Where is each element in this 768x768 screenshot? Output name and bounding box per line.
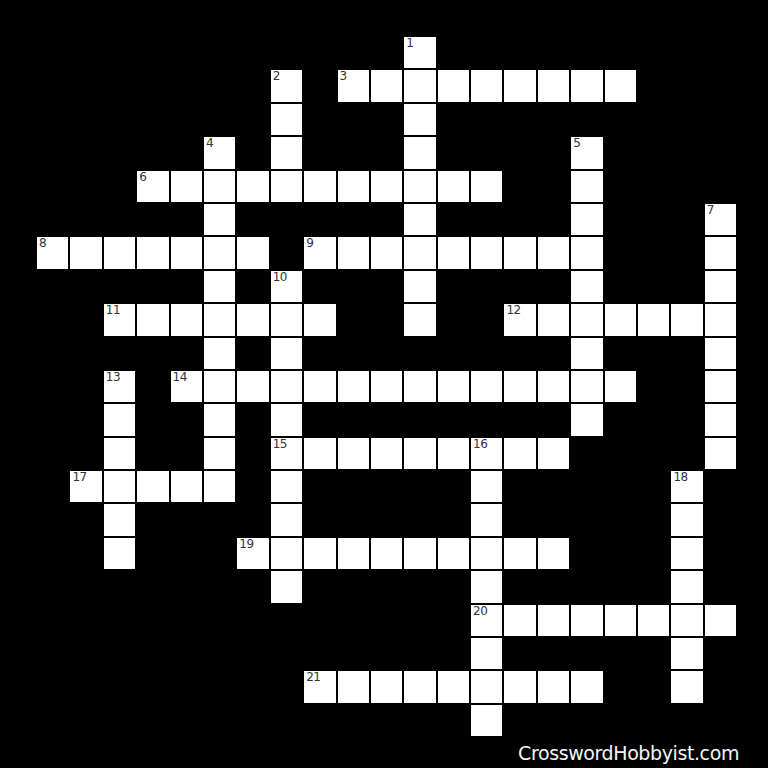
black-cell-r0-c16 xyxy=(570,36,603,69)
black-cell-r5-c17 xyxy=(604,203,637,236)
black-cell-r7-c3 xyxy=(136,270,169,303)
black-cell-r2-c8 xyxy=(303,103,336,136)
cell-r4-c10[interactable] xyxy=(370,170,403,203)
black-cell-r1-c5 xyxy=(203,69,236,102)
black-cell-r16-c6 xyxy=(236,570,269,603)
black-cell-r5-c13 xyxy=(470,203,503,236)
black-cell-r0-c12 xyxy=(437,36,470,69)
cell-r8-c7[interactable] xyxy=(270,303,303,336)
black-cell-r7-c8 xyxy=(303,270,336,303)
black-cell-r7-c1 xyxy=(69,270,102,303)
black-cell-r20-c3 xyxy=(136,704,169,737)
cell-r6-c13[interactable] xyxy=(470,236,503,269)
cell-r8-c16[interactable] xyxy=(570,303,603,336)
cell-r5-c16[interactable] xyxy=(570,203,603,236)
cell-r6-c8[interactable]: 9 xyxy=(303,236,336,269)
cell-r15-c14[interactable] xyxy=(503,537,536,570)
black-cell-r12-c18 xyxy=(637,437,670,470)
black-cell-r18-c4 xyxy=(170,637,203,670)
black-cell-r20-c1 xyxy=(69,704,102,737)
cell-r7-c20[interactable] xyxy=(704,270,737,303)
black-cell-r0-c18 xyxy=(637,36,670,69)
cell-r8-c17[interactable] xyxy=(604,303,637,336)
black-cell-r3-c10 xyxy=(370,136,403,169)
black-cell-r2-c13 xyxy=(470,103,503,136)
cell-r8-c2[interactable]: 11 xyxy=(103,303,136,336)
black-cell-r18-c18 xyxy=(637,637,670,670)
black-cell-r1-c2 xyxy=(103,69,136,102)
black-cell-r17-c9 xyxy=(337,604,370,637)
cell-r19-c15[interactable] xyxy=(537,670,570,703)
cell-r4-c5[interactable] xyxy=(203,170,236,203)
black-cell-r19-c6 xyxy=(236,670,269,703)
cell-r1-c17[interactable] xyxy=(604,69,637,102)
cell-r8-c15[interactable] xyxy=(537,303,570,336)
black-cell-r1-c1 xyxy=(69,69,102,102)
black-cell-r2-c12 xyxy=(437,103,470,136)
cell-r6-c9[interactable] xyxy=(337,236,370,269)
black-cell-r10-c19 xyxy=(670,370,703,403)
cell-r7-c7[interactable]: 10 xyxy=(270,270,303,303)
black-cell-r4-c20 xyxy=(704,170,737,203)
cell-r19-c19[interactable] xyxy=(670,670,703,703)
cell-r8-c20[interactable] xyxy=(704,303,737,336)
black-cell-r14-c18 xyxy=(637,503,670,536)
black-cell-r9-c6 xyxy=(236,337,269,370)
cell-r8-c5[interactable] xyxy=(203,303,236,336)
black-cell-r13-c16 xyxy=(570,470,603,503)
cell-r12-c5[interactable] xyxy=(203,437,236,470)
cell-r10-c15[interactable] xyxy=(537,370,570,403)
cell-r4-c11[interactable] xyxy=(403,170,436,203)
cell-r1-c7[interactable]: 2 xyxy=(270,69,303,102)
black-cell-r8-c9 xyxy=(337,303,370,336)
cell-r6-c3[interactable] xyxy=(136,236,169,269)
cell-r7-c16[interactable] xyxy=(570,270,603,303)
cell-r13-c7[interactable] xyxy=(270,470,303,503)
black-cell-r3-c8 xyxy=(303,136,336,169)
black-cell-r3-c0 xyxy=(36,136,69,169)
cell-r7-c5[interactable] xyxy=(203,270,236,303)
cell-r6-c6[interactable] xyxy=(236,236,269,269)
cell-r9-c5[interactable] xyxy=(203,337,236,370)
cell-r15-c12[interactable] xyxy=(437,537,470,570)
black-cell-r11-c4 xyxy=(170,403,203,436)
black-cell-r15-c16 xyxy=(570,537,603,570)
cell-r14-c13[interactable] xyxy=(470,503,503,536)
black-cell-r12-c1 xyxy=(69,437,102,470)
black-cell-r4-c14 xyxy=(503,170,536,203)
black-cell-r8-c10 xyxy=(370,303,403,336)
clue-number-12: 12 xyxy=(506,303,520,317)
black-cell-r3-c14 xyxy=(503,136,536,169)
cell-r1-c16[interactable] xyxy=(570,69,603,102)
cell-r6-c12[interactable] xyxy=(437,236,470,269)
black-cell-r14-c0 xyxy=(36,503,69,536)
black-cell-r7-c19 xyxy=(670,270,703,303)
cell-r15-c2[interactable] xyxy=(103,537,136,570)
black-cell-r16-c4 xyxy=(170,570,203,603)
black-cell-r16-c1 xyxy=(69,570,102,603)
black-cell-r11-c19 xyxy=(670,403,703,436)
cell-r4-c16[interactable] xyxy=(570,170,603,203)
black-cell-r17-c5 xyxy=(203,604,236,637)
cell-r16-c19[interactable] xyxy=(670,570,703,603)
cell-r15-c8[interactable] xyxy=(303,537,336,570)
black-cell-r13-c18 xyxy=(637,470,670,503)
black-cell-r5-c8 xyxy=(303,203,336,236)
cell-r19-c8[interactable]: 21 xyxy=(303,670,336,703)
black-cell-r19-c0 xyxy=(36,670,69,703)
cell-r2-c11[interactable] xyxy=(403,103,436,136)
black-cell-r19-c7 xyxy=(270,670,303,703)
black-cell-r2-c6 xyxy=(236,103,269,136)
black-cell-r15-c5 xyxy=(203,537,236,570)
black-cell-r9-c13 xyxy=(470,337,503,370)
cell-r15-c13[interactable] xyxy=(470,537,503,570)
black-cell-r11-c8 xyxy=(303,403,336,436)
cell-r13-c13[interactable] xyxy=(470,470,503,503)
cell-r6-c11[interactable] xyxy=(403,236,436,269)
black-cell-r17-c8 xyxy=(303,604,336,637)
black-cell-r0-c14 xyxy=(503,36,536,69)
cell-r12-c14[interactable] xyxy=(503,437,536,470)
black-cell-r12-c17 xyxy=(604,437,637,470)
clue-number-14: 14 xyxy=(173,370,187,384)
cell-r19-c14[interactable] xyxy=(503,670,536,703)
cell-r16-c7[interactable] xyxy=(270,570,303,603)
clue-number-4: 4 xyxy=(206,136,213,150)
black-cell-r2-c4 xyxy=(170,103,203,136)
black-cell-r5-c10 xyxy=(370,203,403,236)
black-cell-r0-c4 xyxy=(170,36,203,69)
cell-r13-c4[interactable] xyxy=(170,470,203,503)
black-cell-r12-c6 xyxy=(236,437,269,470)
cell-r3-c5[interactable]: 4 xyxy=(203,136,236,169)
black-cell-r3-c18 xyxy=(637,136,670,169)
black-cell-r20-c20 xyxy=(704,704,737,737)
cell-r12-c10[interactable] xyxy=(370,437,403,470)
black-cell-r2-c14 xyxy=(503,103,536,136)
black-cell-r16-c11 xyxy=(403,570,436,603)
cell-r10-c7[interactable] xyxy=(270,370,303,403)
cell-r10-c14[interactable] xyxy=(503,370,536,403)
cell-r10-c6[interactable] xyxy=(236,370,269,403)
cell-r11-c16[interactable] xyxy=(570,403,603,436)
cell-r10-c9[interactable] xyxy=(337,370,370,403)
cell-r0-c11[interactable]: 1 xyxy=(403,36,436,69)
black-cell-r14-c5 xyxy=(203,503,236,536)
cell-r8-c14[interactable]: 12 xyxy=(503,303,536,336)
black-cell-r0-c2 xyxy=(103,36,136,69)
cell-r12-c20[interactable] xyxy=(704,437,737,470)
cell-r6-c16[interactable] xyxy=(570,236,603,269)
black-cell-r16-c5 xyxy=(203,570,236,603)
black-cell-r0-c9 xyxy=(337,36,370,69)
cell-r13-c1[interactable]: 17 xyxy=(69,470,102,503)
clue-number-15: 15 xyxy=(273,437,287,451)
cell-r17-c13[interactable]: 20 xyxy=(470,604,503,637)
black-cell-r14-c3 xyxy=(136,503,169,536)
clue-number-2: 2 xyxy=(273,69,280,83)
cell-r17-c15[interactable] xyxy=(537,604,570,637)
cell-r15-c15[interactable] xyxy=(537,537,570,570)
cell-r6-c0[interactable]: 8 xyxy=(36,236,69,269)
cell-r19-c9[interactable] xyxy=(337,670,370,703)
cell-r15-c19[interactable] xyxy=(670,537,703,570)
black-cell-r13-c10 xyxy=(370,470,403,503)
black-cell-r2-c18 xyxy=(637,103,670,136)
black-cell-r2-c0 xyxy=(36,103,69,136)
cell-r8-c19[interactable] xyxy=(670,303,703,336)
black-cell-r14-c16 xyxy=(570,503,603,536)
cell-r17-c19[interactable] xyxy=(670,604,703,637)
cell-r12-c13[interactable]: 16 xyxy=(470,437,503,470)
cell-r6-c14[interactable] xyxy=(503,236,536,269)
black-cell-r3-c4 xyxy=(170,136,203,169)
cell-r11-c2[interactable] xyxy=(103,403,136,436)
black-cell-r17-c12 xyxy=(437,604,470,637)
black-cell-r16-c14 xyxy=(503,570,536,603)
cell-r13-c2[interactable] xyxy=(103,470,136,503)
cell-r11-c7[interactable] xyxy=(270,403,303,436)
cell-r15-c9[interactable] xyxy=(337,537,370,570)
cell-r6-c20[interactable] xyxy=(704,236,737,269)
cell-r8-c6[interactable] xyxy=(236,303,269,336)
clue-number-10: 10 xyxy=(273,270,287,284)
cell-r12-c15[interactable] xyxy=(537,437,570,470)
black-cell-r4-c2 xyxy=(103,170,136,203)
cell-r10-c16[interactable] xyxy=(570,370,603,403)
black-cell-r11-c3 xyxy=(136,403,169,436)
black-cell-r17-c10 xyxy=(370,604,403,637)
black-cell-r3-c9 xyxy=(337,136,370,169)
cell-r17-c14[interactable] xyxy=(503,604,536,637)
cell-r15-c10[interactable] xyxy=(370,537,403,570)
cell-r9-c16[interactable] xyxy=(570,337,603,370)
black-cell-r19-c20 xyxy=(704,670,737,703)
cell-r17-c16[interactable] xyxy=(570,604,603,637)
black-cell-r14-c6 xyxy=(236,503,269,536)
cell-r18-c13[interactable] xyxy=(470,637,503,670)
black-cell-r18-c0 xyxy=(36,637,69,670)
black-cell-r0-c17 xyxy=(604,36,637,69)
cell-r17-c17[interactable] xyxy=(604,604,637,637)
cell-r12-c2[interactable] xyxy=(103,437,136,470)
cell-r6-c15[interactable] xyxy=(537,236,570,269)
black-cell-r2-c2 xyxy=(103,103,136,136)
cell-r17-c18[interactable] xyxy=(637,604,670,637)
black-cell-r18-c7 xyxy=(270,637,303,670)
crossword-grid: 123456789101112131415161718192021 xyxy=(36,36,737,737)
cell-r11-c5[interactable] xyxy=(203,403,236,436)
cell-r12-c8[interactable] xyxy=(303,437,336,470)
black-cell-r10-c1 xyxy=(69,370,102,403)
black-cell-r7-c14 xyxy=(503,270,536,303)
cell-r19-c12[interactable] xyxy=(437,670,470,703)
black-cell-r0-c0 xyxy=(36,36,69,69)
cell-r1-c9[interactable]: 3 xyxy=(337,69,370,102)
cell-r4-c7[interactable] xyxy=(270,170,303,203)
cell-r15-c7[interactable] xyxy=(270,537,303,570)
black-cell-r5-c6 xyxy=(236,203,269,236)
cell-r12-c9[interactable] xyxy=(337,437,370,470)
black-cell-r16-c3 xyxy=(136,570,169,603)
cell-r6-c4[interactable] xyxy=(170,236,203,269)
black-cell-r20-c17 xyxy=(604,704,637,737)
black-cell-r0-c13 xyxy=(470,36,503,69)
cell-r19-c13[interactable] xyxy=(470,670,503,703)
black-cell-r8-c12 xyxy=(437,303,470,336)
cell-r9-c20[interactable] xyxy=(704,337,737,370)
crossword-puzzle-page: 123456789101112131415161718192021 Crossw… xyxy=(0,0,768,768)
black-cell-r5-c7 xyxy=(270,203,303,236)
black-cell-r18-c10 xyxy=(370,637,403,670)
clue-number-20: 20 xyxy=(473,604,487,618)
cell-r1-c10[interactable] xyxy=(370,69,403,102)
cell-r8-c11[interactable] xyxy=(403,303,436,336)
cell-r4-c12[interactable] xyxy=(437,170,470,203)
black-cell-r2-c15 xyxy=(537,103,570,136)
black-cell-r8-c13 xyxy=(470,303,503,336)
cell-r3-c16[interactable]: 5 xyxy=(570,136,603,169)
clue-number-8: 8 xyxy=(39,236,46,250)
cell-r12-c7[interactable]: 15 xyxy=(270,437,303,470)
cell-r3-c7[interactable] xyxy=(270,136,303,169)
black-cell-r8-c0 xyxy=(36,303,69,336)
black-cell-r0-c10 xyxy=(370,36,403,69)
cell-r6-c5[interactable] xyxy=(203,236,236,269)
cell-r8-c18[interactable] xyxy=(637,303,670,336)
cell-r7-c11[interactable] xyxy=(403,270,436,303)
black-cell-r1-c6 xyxy=(236,69,269,102)
black-cell-r15-c18 xyxy=(637,537,670,570)
black-cell-r11-c18 xyxy=(637,403,670,436)
cell-r2-c7[interactable] xyxy=(270,103,303,136)
cell-r10-c10[interactable] xyxy=(370,370,403,403)
cell-r1-c13[interactable] xyxy=(470,69,503,102)
black-cell-r0-c3 xyxy=(136,36,169,69)
black-cell-r9-c19 xyxy=(670,337,703,370)
black-cell-r15-c17 xyxy=(604,537,637,570)
black-cell-r11-c13 xyxy=(470,403,503,436)
cell-r1-c11[interactable] xyxy=(403,69,436,102)
cell-r4-c4[interactable] xyxy=(170,170,203,203)
cell-r14-c2[interactable] xyxy=(103,503,136,536)
cell-r16-c13[interactable] xyxy=(470,570,503,603)
cell-r1-c15[interactable] xyxy=(537,69,570,102)
cell-r10-c17[interactable] xyxy=(604,370,637,403)
black-cell-r20-c14 xyxy=(503,704,536,737)
black-cell-r6-c19 xyxy=(670,236,703,269)
cell-r6-c2[interactable] xyxy=(103,236,136,269)
black-cell-r11-c9 xyxy=(337,403,370,436)
cell-r12-c12[interactable] xyxy=(437,437,470,470)
black-cell-r12-c3 xyxy=(136,437,169,470)
cell-r8-c4[interactable] xyxy=(170,303,203,336)
black-cell-r19-c17 xyxy=(604,670,637,703)
black-cell-r18-c9 xyxy=(337,637,370,670)
cell-r15-c6[interactable]: 19 xyxy=(236,537,269,570)
cell-r17-c20[interactable] xyxy=(704,604,737,637)
black-cell-r6-c7 xyxy=(270,236,303,269)
cell-r10-c20[interactable] xyxy=(704,370,737,403)
black-cell-r19-c18 xyxy=(637,670,670,703)
cell-r4-c13[interactable] xyxy=(470,170,503,203)
black-cell-r5-c2 xyxy=(103,203,136,236)
black-cell-r7-c2 xyxy=(103,270,136,303)
cell-r9-c7[interactable] xyxy=(270,337,303,370)
black-cell-r11-c1 xyxy=(69,403,102,436)
cell-r4-c3[interactable]: 6 xyxy=(136,170,169,203)
black-cell-r2-c1 xyxy=(69,103,102,136)
cell-r20-c13[interactable] xyxy=(470,704,503,737)
black-cell-r18-c1 xyxy=(69,637,102,670)
cell-r1-c14[interactable] xyxy=(503,69,536,102)
black-cell-r5-c4 xyxy=(170,203,203,236)
black-cell-r9-c18 xyxy=(637,337,670,370)
black-cell-r14-c12 xyxy=(437,503,470,536)
clue-number-16: 16 xyxy=(473,437,487,451)
cell-r10-c11[interactable] xyxy=(403,370,436,403)
cell-r5-c20[interactable]: 7 xyxy=(704,203,737,236)
cell-r4-c9[interactable] xyxy=(337,170,370,203)
cell-r3-c11[interactable] xyxy=(403,136,436,169)
cell-r13-c3[interactable] xyxy=(136,470,169,503)
black-cell-r18-c15 xyxy=(537,637,570,670)
cell-r10-c8[interactable] xyxy=(303,370,336,403)
cell-r5-c5[interactable] xyxy=(203,203,236,236)
cell-r15-c11[interactable] xyxy=(403,537,436,570)
black-cell-r14-c4 xyxy=(170,503,203,536)
cell-r13-c5[interactable] xyxy=(203,470,236,503)
black-cell-r0-c5 xyxy=(203,36,236,69)
cell-r19-c11[interactable] xyxy=(403,670,436,703)
cell-r14-c7[interactable] xyxy=(270,503,303,536)
cell-r10-c2[interactable]: 13 xyxy=(103,370,136,403)
cell-r10-c4[interactable]: 14 xyxy=(170,370,203,403)
cell-r8-c8[interactable] xyxy=(303,303,336,336)
cell-r10-c12[interactable] xyxy=(437,370,470,403)
cell-r11-c20[interactable] xyxy=(704,403,737,436)
cell-r1-c12[interactable] xyxy=(437,69,470,102)
cell-r13-c19[interactable]: 18 xyxy=(670,470,703,503)
black-cell-r18-c6 xyxy=(236,637,269,670)
cell-r5-c11[interactable] xyxy=(403,203,436,236)
black-cell-r3-c15 xyxy=(537,136,570,169)
cell-r10-c13[interactable] xyxy=(470,370,503,403)
black-cell-r5-c0 xyxy=(36,203,69,236)
black-cell-r13-c6 xyxy=(236,470,269,503)
cell-r6-c1[interactable] xyxy=(69,236,102,269)
cell-r18-c19[interactable] xyxy=(670,637,703,670)
cell-r14-c19[interactable] xyxy=(670,503,703,536)
cell-r4-c6[interactable] xyxy=(236,170,269,203)
cell-r19-c10[interactable] xyxy=(370,670,403,703)
black-cell-r2-c10 xyxy=(370,103,403,136)
black-cell-r17-c4 xyxy=(170,604,203,637)
cell-r8-c3[interactable] xyxy=(136,303,169,336)
black-cell-r16-c2 xyxy=(103,570,136,603)
cell-r19-c16[interactable] xyxy=(570,670,603,703)
clue-number-17: 17 xyxy=(72,470,86,484)
cell-r4-c8[interactable] xyxy=(303,170,336,203)
cell-r6-c10[interactable] xyxy=(370,236,403,269)
black-cell-r12-c19 xyxy=(670,437,703,470)
cell-r12-c11[interactable] xyxy=(403,437,436,470)
cell-r10-c5[interactable] xyxy=(203,370,236,403)
black-cell-r14-c1 xyxy=(69,503,102,536)
